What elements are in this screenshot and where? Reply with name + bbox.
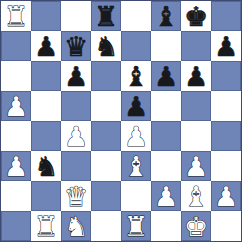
square-d1[interactable] xyxy=(91,211,121,241)
square-g7[interactable] xyxy=(181,31,211,61)
black-pawn-icon: ♟ xyxy=(154,63,178,90)
square-c3[interactable] xyxy=(61,151,91,181)
square-g8[interactable]: ♚ xyxy=(181,1,211,31)
square-a7[interactable] xyxy=(1,31,31,61)
white-pawn-icon: ♟ xyxy=(154,183,178,210)
square-a4[interactable] xyxy=(1,121,31,151)
square-h3[interactable] xyxy=(211,151,241,181)
black-bishop-icon: ♝ xyxy=(154,3,178,30)
square-e4[interactable]: ♟ xyxy=(121,121,151,151)
square-a3[interactable]: ♟ xyxy=(1,151,31,181)
square-c7[interactable]: ♛ xyxy=(61,31,91,61)
square-d4[interactable] xyxy=(91,121,121,151)
square-f8[interactable]: ♝ xyxy=(151,1,181,31)
square-c4[interactable]: ♟ xyxy=(61,121,91,151)
black-pawn-icon: ♟ xyxy=(34,33,58,60)
white-rook-icon: ♜ xyxy=(124,213,148,240)
square-b7[interactable]: ♟ xyxy=(31,31,61,61)
black-pawn-icon: ♟ xyxy=(124,93,148,120)
black-knight-icon: ♞ xyxy=(94,33,118,60)
square-h8[interactable] xyxy=(211,1,241,31)
white-pawn-icon: ♟ xyxy=(4,153,28,180)
square-c6[interactable]: ♟ xyxy=(61,61,91,91)
black-king-icon: ♚ xyxy=(184,3,208,30)
square-e8[interactable] xyxy=(121,1,151,31)
square-c8[interactable] xyxy=(61,1,91,31)
square-e7[interactable] xyxy=(121,31,151,61)
white-knight-icon: ♞ xyxy=(64,213,88,240)
chess-board: ♜♜♝♚♟♛♞♟♟♝♟♟♟♟♟♟♟♞♝♟♛♟♝♟♜♞♜♚ xyxy=(0,0,242,242)
square-b6[interactable] xyxy=(31,61,61,91)
black-pawn-icon: ♟ xyxy=(64,63,88,90)
square-f7[interactable] xyxy=(151,31,181,61)
white-king-icon: ♚ xyxy=(184,213,208,240)
white-pawn-icon: ♟ xyxy=(124,123,148,150)
square-b5[interactable] xyxy=(31,91,61,121)
black-pawn-icon: ♟ xyxy=(214,33,238,60)
square-h1[interactable] xyxy=(211,211,241,241)
square-a2[interactable] xyxy=(1,181,31,211)
black-pawn-icon: ♟ xyxy=(184,63,208,90)
square-f1[interactable] xyxy=(151,211,181,241)
square-f5[interactable] xyxy=(151,91,181,121)
square-e5[interactable]: ♟ xyxy=(121,91,151,121)
square-h5[interactable] xyxy=(211,91,241,121)
square-g1[interactable]: ♚ xyxy=(181,211,211,241)
square-e3[interactable]: ♝ xyxy=(121,151,151,181)
white-rook-icon: ♜ xyxy=(34,213,58,240)
square-e1[interactable]: ♜ xyxy=(121,211,151,241)
square-c1[interactable]: ♞ xyxy=(61,211,91,241)
square-d7[interactable]: ♞ xyxy=(91,31,121,61)
square-d8[interactable]: ♜ xyxy=(91,1,121,31)
square-h4[interactable] xyxy=(211,121,241,151)
square-b3[interactable]: ♞ xyxy=(31,151,61,181)
square-b1[interactable]: ♜ xyxy=(31,211,61,241)
black-knight-icon: ♞ xyxy=(34,153,58,180)
square-a8[interactable]: ♜ xyxy=(1,1,31,31)
black-bishop-icon: ♝ xyxy=(124,63,148,90)
black-queen-icon: ♛ xyxy=(64,33,88,60)
square-g5[interactable] xyxy=(181,91,211,121)
square-e6[interactable]: ♝ xyxy=(121,61,151,91)
white-bishop-icon: ♝ xyxy=(124,153,148,180)
square-d3[interactable] xyxy=(91,151,121,181)
square-a1[interactable] xyxy=(1,211,31,241)
square-g2[interactable]: ♝ xyxy=(181,181,211,211)
square-e2[interactable] xyxy=(121,181,151,211)
square-h6[interactable] xyxy=(211,61,241,91)
square-a6[interactable] xyxy=(1,61,31,91)
white-pawn-icon: ♟ xyxy=(214,183,238,210)
square-h7[interactable]: ♟ xyxy=(211,31,241,61)
square-d2[interactable] xyxy=(91,181,121,211)
chess-board-grid: ♜♜♝♚♟♛♞♟♟♝♟♟♟♟♟♟♟♞♝♟♛♟♝♟♜♞♜♚ xyxy=(1,1,241,241)
white-queen-icon: ♛ xyxy=(64,183,88,210)
square-f3[interactable] xyxy=(151,151,181,181)
square-b2[interactable] xyxy=(31,181,61,211)
square-f6[interactable]: ♟ xyxy=(151,61,181,91)
white-pawn-icon: ♟ xyxy=(4,93,28,120)
square-a5[interactable]: ♟ xyxy=(1,91,31,121)
white-rook-icon: ♜ xyxy=(4,3,28,30)
square-c2[interactable]: ♛ xyxy=(61,181,91,211)
square-d6[interactable] xyxy=(91,61,121,91)
square-b4[interactable] xyxy=(31,121,61,151)
square-g3[interactable]: ♟ xyxy=(181,151,211,181)
square-d5[interactable] xyxy=(91,91,121,121)
square-h2[interactable]: ♟ xyxy=(211,181,241,211)
square-c5[interactable] xyxy=(61,91,91,121)
square-b8[interactable] xyxy=(31,1,61,31)
square-f2[interactable]: ♟ xyxy=(151,181,181,211)
square-g6[interactable]: ♟ xyxy=(181,61,211,91)
white-pawn-icon: ♟ xyxy=(184,153,208,180)
white-bishop-icon: ♝ xyxy=(184,183,208,210)
black-rook-icon: ♜ xyxy=(94,3,118,30)
square-g4[interactable] xyxy=(181,121,211,151)
white-pawn-icon: ♟ xyxy=(64,123,88,150)
square-f4[interactable] xyxy=(151,121,181,151)
